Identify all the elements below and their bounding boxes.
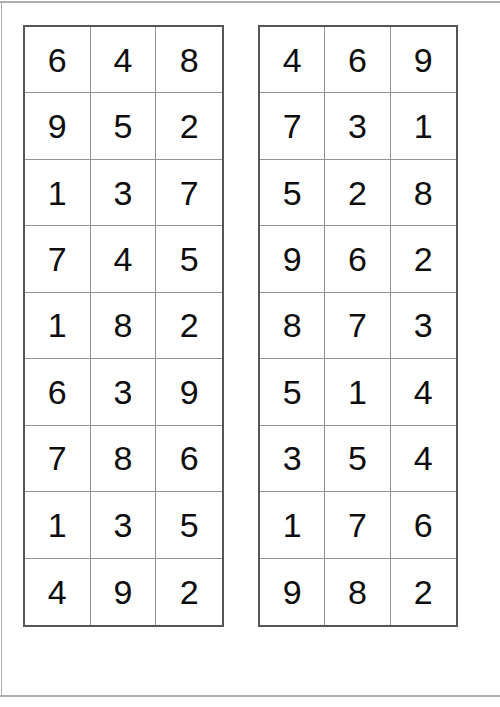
cell-right-r5c1: 8 — [260, 293, 325, 359]
cell-right-r6c1: 5 — [260, 359, 325, 425]
cell-right-r3c1: 5 — [260, 160, 325, 226]
cell-left-r9c3: 2 — [156, 559, 222, 625]
cell-left-r6c3: 9 — [156, 359, 222, 425]
cell-left-r7c1: 7 — [25, 426, 91, 492]
cell-left-r4c1: 7 — [25, 226, 91, 292]
cell-left-r2c1: 9 — [25, 93, 91, 159]
cell-right-r7c2: 5 — [325, 426, 390, 492]
cell-left-r3c1: 1 — [25, 160, 91, 226]
cell-right-r9c2: 8 — [325, 559, 390, 625]
cell-right-r1c1: 4 — [260, 27, 325, 93]
cell-left-r8c3: 5 — [156, 492, 222, 558]
cell-left-r6c1: 6 — [25, 359, 91, 425]
cell-right-r8c2: 7 — [325, 492, 390, 558]
cell-left-r9c2: 9 — [91, 559, 157, 625]
left-digit-grid: 648952137745182639786135492 — [23, 25, 224, 627]
cell-left-r5c2: 8 — [91, 293, 157, 359]
cell-right-r2c2: 3 — [325, 93, 390, 159]
cell-right-r2c3: 1 — [391, 93, 456, 159]
cell-right-r3c3: 8 — [391, 160, 456, 226]
cell-right-r1c3: 9 — [391, 27, 456, 93]
cell-right-r9c1: 9 — [260, 559, 325, 625]
cell-left-r7c3: 6 — [156, 426, 222, 492]
cell-left-r2c2: 5 — [91, 93, 157, 159]
cell-left-r1c2: 4 — [91, 27, 157, 93]
cell-right-r2c1: 7 — [260, 93, 325, 159]
cell-right-r6c3: 4 — [391, 359, 456, 425]
cell-right-r6c2: 1 — [325, 359, 390, 425]
right-digit-grid: 469731528962873514354176982 — [258, 25, 458, 627]
cell-left-r6c2: 3 — [91, 359, 157, 425]
cell-left-r3c3: 7 — [156, 160, 222, 226]
worksheet-page: 648952137745182639786135492 469731528962… — [0, 0, 500, 707]
cell-left-r8c1: 1 — [25, 492, 91, 558]
cell-left-r9c1: 4 — [25, 559, 91, 625]
cell-left-r8c2: 3 — [91, 492, 157, 558]
cell-left-r2c3: 2 — [156, 93, 222, 159]
cell-right-r8c3: 6 — [391, 492, 456, 558]
cell-right-r7c3: 4 — [391, 426, 456, 492]
cell-right-r3c2: 2 — [325, 160, 390, 226]
page-edge-top-line — [0, 1, 500, 3]
cell-right-r8c1: 1 — [260, 492, 325, 558]
cell-right-r4c2: 6 — [325, 226, 390, 292]
cell-left-r1c3: 8 — [156, 27, 222, 93]
cell-left-r4c2: 4 — [91, 226, 157, 292]
cell-left-r1c1: 6 — [25, 27, 91, 93]
page-edge-left-line — [1, 1, 2, 697]
cell-left-r4c3: 5 — [156, 226, 222, 292]
cell-left-r5c3: 2 — [156, 293, 222, 359]
cell-right-r5c3: 3 — [391, 293, 456, 359]
cell-left-r3c2: 3 — [91, 160, 157, 226]
page-edge-bottom-line — [0, 695, 500, 697]
cell-right-r9c3: 2 — [391, 559, 456, 625]
cell-right-r5c2: 7 — [325, 293, 390, 359]
cell-right-r1c2: 6 — [325, 27, 390, 93]
cell-left-r5c1: 1 — [25, 293, 91, 359]
cell-right-r7c1: 3 — [260, 426, 325, 492]
cell-right-r4c1: 9 — [260, 226, 325, 292]
cell-left-r7c2: 8 — [91, 426, 157, 492]
cell-right-r4c3: 2 — [391, 226, 456, 292]
